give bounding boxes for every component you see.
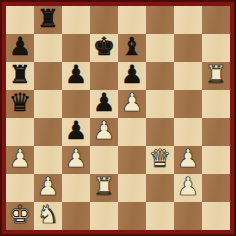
white-pawn-icon[interactable]: ♟ xyxy=(9,145,31,173)
white-rook-icon[interactable]: ♜ xyxy=(205,61,227,89)
square-c8[interactable] xyxy=(62,6,90,34)
square-h2[interactable] xyxy=(202,174,230,202)
square-a3[interactable]: ♟ xyxy=(6,146,34,174)
square-f6[interactable] xyxy=(146,62,174,90)
square-c2[interactable] xyxy=(62,174,90,202)
square-h7[interactable] xyxy=(202,34,230,62)
square-f1[interactable] xyxy=(146,202,174,230)
white-king-icon[interactable]: ♚ xyxy=(9,201,31,229)
black-pawn-icon[interactable]: ♟ xyxy=(9,33,31,61)
square-a6[interactable]: ♜ xyxy=(6,62,34,90)
square-h5[interactable] xyxy=(202,90,230,118)
white-knight-icon[interactable]: ♞ xyxy=(37,201,59,229)
square-b7[interactable] xyxy=(34,34,62,62)
white-pawn-icon[interactable]: ♟ xyxy=(121,89,143,117)
square-f3[interactable]: ♛ xyxy=(146,146,174,174)
chess-board: ♜♟♚♝♜♟♟♜♛♟♟♟♟♟♟♛♟♟♜♟♚♞ xyxy=(6,6,230,230)
square-d3[interactable] xyxy=(90,146,118,174)
square-g3[interactable]: ♟ xyxy=(174,146,202,174)
square-d4[interactable]: ♟ xyxy=(90,118,118,146)
white-rook-icon[interactable]: ♜ xyxy=(93,173,115,201)
square-d8[interactable] xyxy=(90,6,118,34)
square-g2[interactable]: ♟ xyxy=(174,174,202,202)
square-a5[interactable]: ♛ xyxy=(6,90,34,118)
black-pawn-icon[interactable]: ♟ xyxy=(121,61,143,89)
square-c4[interactable]: ♟ xyxy=(62,118,90,146)
square-c7[interactable] xyxy=(62,34,90,62)
white-pawn-icon[interactable]: ♟ xyxy=(37,173,59,201)
black-pawn-icon[interactable]: ♟ xyxy=(65,117,87,145)
square-d2[interactable]: ♜ xyxy=(90,174,118,202)
black-rook-icon[interactable]: ♜ xyxy=(37,5,59,33)
square-h6[interactable]: ♜ xyxy=(202,62,230,90)
square-f2[interactable] xyxy=(146,174,174,202)
square-c6[interactable]: ♟ xyxy=(62,62,90,90)
square-b5[interactable] xyxy=(34,90,62,118)
square-c1[interactable] xyxy=(62,202,90,230)
square-e8[interactable] xyxy=(118,6,146,34)
square-e3[interactable] xyxy=(118,146,146,174)
square-f4[interactable] xyxy=(146,118,174,146)
square-e7[interactable]: ♝ xyxy=(118,34,146,62)
square-h8[interactable] xyxy=(202,6,230,34)
white-pawn-icon[interactable]: ♟ xyxy=(177,145,199,173)
square-a2[interactable] xyxy=(6,174,34,202)
square-e5[interactable]: ♟ xyxy=(118,90,146,118)
square-e6[interactable]: ♟ xyxy=(118,62,146,90)
square-g4[interactable] xyxy=(174,118,202,146)
square-d5[interactable]: ♟ xyxy=(90,90,118,118)
black-rook-icon[interactable]: ♜ xyxy=(9,61,31,89)
square-h3[interactable] xyxy=(202,146,230,174)
square-b6[interactable] xyxy=(34,62,62,90)
white-pawn-icon[interactable]: ♟ xyxy=(93,117,115,145)
square-a1[interactable]: ♚ xyxy=(6,202,34,230)
square-a8[interactable] xyxy=(6,6,34,34)
board-frame: ♜♟♚♝♜♟♟♜♛♟♟♟♟♟♟♛♟♟♜♟♚♞ xyxy=(0,0,236,236)
square-h1[interactable] xyxy=(202,202,230,230)
square-h4[interactable] xyxy=(202,118,230,146)
black-pawn-icon[interactable]: ♟ xyxy=(65,61,87,89)
square-g5[interactable] xyxy=(174,90,202,118)
black-king-icon[interactable]: ♚ xyxy=(93,33,115,61)
square-b8[interactable]: ♜ xyxy=(34,6,62,34)
square-e2[interactable] xyxy=(118,174,146,202)
square-e1[interactable] xyxy=(118,202,146,230)
white-pawn-icon[interactable]: ♟ xyxy=(177,173,199,201)
square-g7[interactable] xyxy=(174,34,202,62)
white-queen-icon[interactable]: ♛ xyxy=(149,145,171,173)
square-d6[interactable] xyxy=(90,62,118,90)
square-b1[interactable]: ♞ xyxy=(34,202,62,230)
square-g6[interactable] xyxy=(174,62,202,90)
square-f5[interactable] xyxy=(146,90,174,118)
square-b4[interactable] xyxy=(34,118,62,146)
black-bishop-icon[interactable]: ♝ xyxy=(121,33,143,61)
square-f7[interactable] xyxy=(146,34,174,62)
square-c5[interactable] xyxy=(62,90,90,118)
square-d7[interactable]: ♚ xyxy=(90,34,118,62)
black-queen-icon[interactable]: ♛ xyxy=(9,89,31,117)
square-b3[interactable] xyxy=(34,146,62,174)
square-d1[interactable] xyxy=(90,202,118,230)
square-g8[interactable] xyxy=(174,6,202,34)
square-e4[interactable] xyxy=(118,118,146,146)
black-pawn-icon[interactable]: ♟ xyxy=(93,89,115,117)
white-pawn-icon[interactable]: ♟ xyxy=(65,145,87,173)
square-f8[interactable] xyxy=(146,6,174,34)
square-a7[interactable]: ♟ xyxy=(6,34,34,62)
square-g1[interactable] xyxy=(174,202,202,230)
square-a4[interactable] xyxy=(6,118,34,146)
square-c3[interactable]: ♟ xyxy=(62,146,90,174)
square-b2[interactable]: ♟ xyxy=(34,174,62,202)
